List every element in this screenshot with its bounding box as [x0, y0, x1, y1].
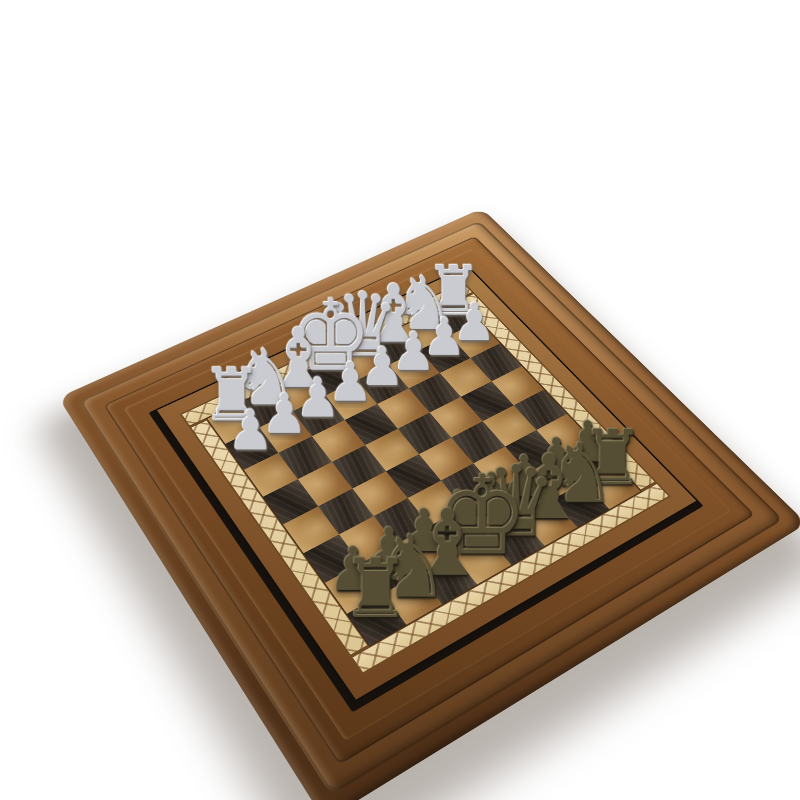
chess-set-scene: ♜♞♝♚♛♝♞♜♟♟♟♟♟♟♟♟♟♟♟♟♟♟♟♟♜♞♝♚♛♝♞♜: [0, 0, 800, 800]
rook-glyph: ♜: [308, 548, 443, 630]
chess-board-3d: ♜♞♝♚♛♝♞♜♟♟♟♟♟♟♟♟♟♟♟♟♟♟♟♟♜♞♝♚♛♝♞♜: [58, 208, 800, 800]
